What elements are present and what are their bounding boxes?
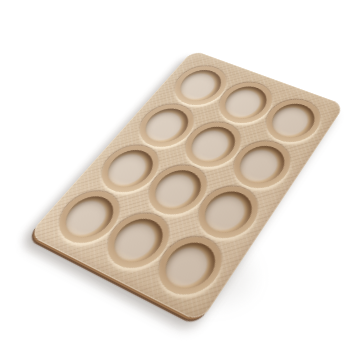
cup-cavity — [231, 140, 293, 189]
product-photo — [0, 0, 360, 360]
cup-cavity — [263, 99, 321, 143]
